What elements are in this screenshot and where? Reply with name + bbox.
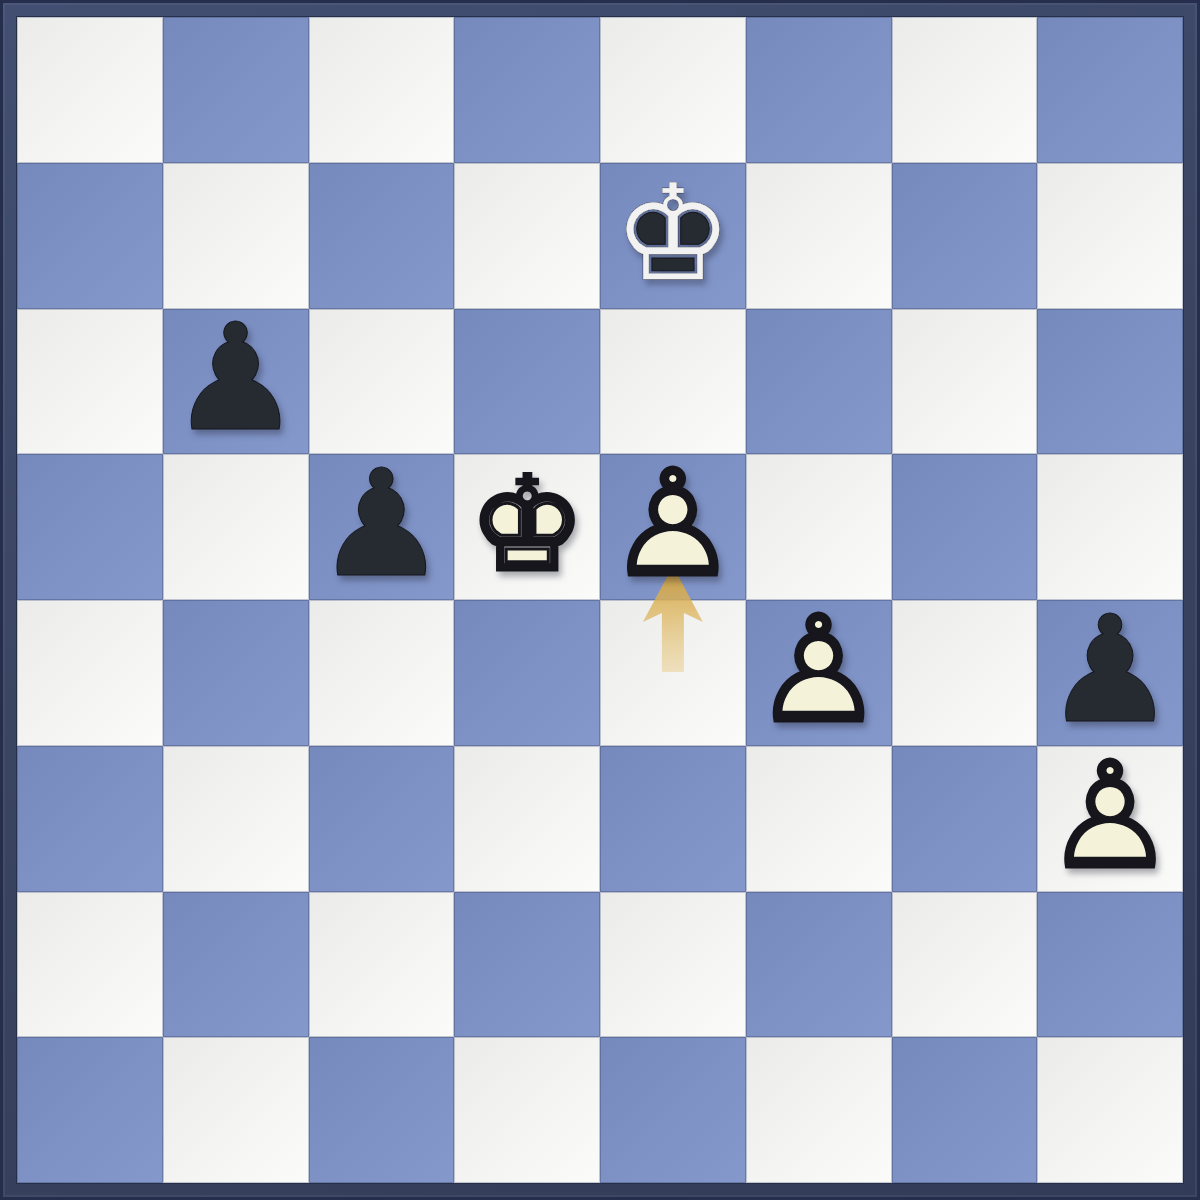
square-c7[interactable] bbox=[309, 163, 455, 309]
chess-board: ♚♔♟♟♚♔♟♙♟♙♟♟♙ bbox=[17, 17, 1183, 1183]
square-a7[interactable] bbox=[17, 163, 163, 309]
square-h3[interactable]: ♟♙ bbox=[1037, 746, 1183, 892]
square-g7[interactable] bbox=[892, 163, 1038, 309]
square-f4[interactable]: ♟♙ bbox=[746, 600, 892, 746]
white-king[interactable]: ♚♔ bbox=[454, 454, 600, 600]
square-b1[interactable] bbox=[163, 1037, 309, 1183]
square-h4[interactable]: ♟ bbox=[1037, 600, 1183, 746]
square-a6[interactable] bbox=[17, 309, 163, 455]
square-g8[interactable] bbox=[892, 17, 1038, 163]
square-c5[interactable]: ♟ bbox=[309, 454, 455, 600]
square-b3[interactable] bbox=[163, 746, 309, 892]
square-h7[interactable] bbox=[1037, 163, 1183, 309]
square-a8[interactable] bbox=[17, 17, 163, 163]
black-pawn-glyph: ♟ bbox=[1044, 596, 1177, 744]
square-a1[interactable] bbox=[17, 1037, 163, 1183]
white-pawn-detail: ♙ bbox=[1044, 742, 1177, 890]
square-d6[interactable] bbox=[454, 309, 600, 455]
square-g6[interactable] bbox=[892, 309, 1038, 455]
square-f7[interactable] bbox=[746, 163, 892, 309]
square-d7[interactable] bbox=[454, 163, 600, 309]
board-frame: ♚♔♟♟♚♔♟♙♟♙♟♟♙ bbox=[0, 0, 1200, 1200]
square-a4[interactable] bbox=[17, 600, 163, 746]
square-e7[interactable]: ♚♔ bbox=[600, 163, 746, 309]
square-c8[interactable] bbox=[309, 17, 455, 163]
black-pawn[interactable]: ♟ bbox=[1037, 600, 1183, 746]
black-pawn-glyph: ♟ bbox=[315, 450, 448, 598]
square-e6[interactable] bbox=[600, 309, 746, 455]
square-g5[interactable] bbox=[892, 454, 1038, 600]
square-b8[interactable] bbox=[163, 17, 309, 163]
square-e1[interactable] bbox=[600, 1037, 746, 1183]
white-king-detail: ♔ bbox=[468, 458, 586, 590]
square-b5[interactable] bbox=[163, 454, 309, 600]
square-a3[interactable] bbox=[17, 746, 163, 892]
square-d4[interactable] bbox=[454, 600, 600, 746]
square-f3[interactable] bbox=[746, 746, 892, 892]
white-pawn[interactable]: ♟♙ bbox=[600, 454, 746, 600]
square-f5[interactable] bbox=[746, 454, 892, 600]
black-king[interactable]: ♚♔ bbox=[600, 163, 746, 309]
square-f6[interactable] bbox=[746, 309, 892, 455]
square-a5[interactable] bbox=[17, 454, 163, 600]
square-c6[interactable] bbox=[309, 309, 455, 455]
black-king-detail: ♔ bbox=[614, 167, 732, 299]
square-f2[interactable] bbox=[746, 892, 892, 1038]
square-b4[interactable] bbox=[163, 600, 309, 746]
square-f8[interactable] bbox=[746, 17, 892, 163]
white-pawn[interactable]: ♟♙ bbox=[746, 600, 892, 746]
square-h1[interactable] bbox=[1037, 1037, 1183, 1183]
square-e8[interactable] bbox=[600, 17, 746, 163]
square-e2[interactable] bbox=[600, 892, 746, 1038]
square-e3[interactable] bbox=[600, 746, 746, 892]
white-pawn[interactable]: ♟♙ bbox=[1037, 746, 1183, 892]
square-f1[interactable] bbox=[746, 1037, 892, 1183]
square-h8[interactable] bbox=[1037, 17, 1183, 163]
square-b7[interactable] bbox=[163, 163, 309, 309]
square-c1[interactable] bbox=[309, 1037, 455, 1183]
square-g2[interactable] bbox=[892, 892, 1038, 1038]
square-h2[interactable] bbox=[1037, 892, 1183, 1038]
square-g3[interactable] bbox=[892, 746, 1038, 892]
square-c3[interactable] bbox=[309, 746, 455, 892]
square-d8[interactable] bbox=[454, 17, 600, 163]
black-pawn[interactable]: ♟ bbox=[163, 309, 309, 455]
square-g1[interactable] bbox=[892, 1037, 1038, 1183]
square-c2[interactable] bbox=[309, 892, 455, 1038]
square-e5[interactable]: ♟♙ bbox=[600, 454, 746, 600]
square-a2[interactable] bbox=[17, 892, 163, 1038]
square-d3[interactable] bbox=[454, 746, 600, 892]
square-h6[interactable] bbox=[1037, 309, 1183, 455]
square-b2[interactable] bbox=[163, 892, 309, 1038]
black-pawn-glyph: ♟ bbox=[169, 304, 302, 452]
square-d5[interactable]: ♚♔ bbox=[454, 454, 600, 600]
white-pawn-detail: ♙ bbox=[607, 450, 740, 598]
square-e4[interactable] bbox=[600, 600, 746, 746]
square-d1[interactable] bbox=[454, 1037, 600, 1183]
black-pawn[interactable]: ♟ bbox=[309, 454, 455, 600]
square-g4[interactable] bbox=[892, 600, 1038, 746]
white-pawn-detail: ♙ bbox=[752, 596, 885, 744]
square-c4[interactable] bbox=[309, 600, 455, 746]
square-h5[interactable] bbox=[1037, 454, 1183, 600]
square-d2[interactable] bbox=[454, 892, 600, 1038]
square-b6[interactable]: ♟ bbox=[163, 309, 309, 455]
